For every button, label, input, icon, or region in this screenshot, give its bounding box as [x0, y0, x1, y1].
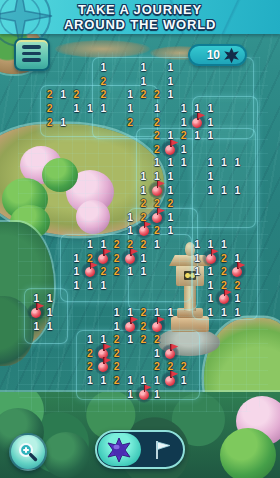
cell-number: 2 — [150, 332, 164, 346]
cell-number: 1 — [204, 101, 218, 115]
cell-number: 1 — [70, 101, 84, 115]
cell-number: 1 — [150, 237, 164, 251]
page-title-line1: TAKE A JOURNEY — [0, 2, 280, 17]
cell-number: 1 — [83, 332, 97, 346]
cell-number: 1 — [43, 305, 57, 319]
cell-number: 2 — [137, 332, 151, 346]
cell-number: 1 — [150, 101, 164, 115]
cell-number: 2 — [110, 346, 124, 360]
cell-number: 1 — [110, 305, 124, 319]
zoom-button[interactable] — [9, 433, 47, 471]
cell-number: 1 — [96, 101, 110, 115]
cell-number: 2 — [70, 87, 84, 101]
flagged-mine[interactable] — [123, 251, 137, 265]
cell-number: 1 — [163, 60, 177, 74]
cell-number: 1 — [230, 183, 244, 197]
flagged-mine[interactable] — [163, 373, 177, 387]
cell-number: 2 — [137, 196, 151, 210]
cell-number: 1 — [204, 115, 218, 129]
cell-number: 2 — [150, 223, 164, 237]
cell-number: 1 — [56, 87, 70, 101]
cell-number: 2 — [96, 87, 110, 101]
cell-number: 1 — [137, 74, 151, 88]
cell-number: 1 — [56, 115, 70, 129]
cell-number: 2 — [43, 101, 57, 115]
cell-number: 2 — [217, 251, 231, 265]
mine-counter: 10 — [188, 44, 247, 66]
cell-number: 2 — [43, 87, 57, 101]
flagged-mine[interactable] — [29, 305, 43, 319]
spiky-mine-icon — [223, 47, 240, 64]
flagged-mine[interactable] — [163, 346, 177, 360]
cell-number: 1 — [163, 155, 177, 169]
cell-number: 2 — [137, 237, 151, 251]
flagged-mine[interactable] — [137, 387, 151, 401]
mine-mode-button[interactable] — [98, 433, 141, 466]
cell-number: 1 — [230, 291, 244, 305]
cell-number: 2 — [110, 237, 124, 251]
cell-number: 1 — [150, 155, 164, 169]
cell-number: 1 — [137, 169, 151, 183]
cell-number: 1 — [150, 387, 164, 401]
cell-number: 2 — [123, 115, 137, 129]
cell-number: 2 — [110, 264, 124, 278]
flagged-mine[interactable] — [83, 264, 97, 278]
cell-number: 1 — [177, 155, 191, 169]
cell-number: 1 — [217, 155, 231, 169]
flagged-mine[interactable] — [137, 223, 151, 237]
cell-number: 1 — [163, 305, 177, 319]
cell-number: 2 — [110, 359, 124, 373]
cell-number: 1 — [83, 101, 97, 115]
pennant-flag-icon — [149, 437, 175, 463]
cell-number: 1 — [204, 155, 218, 169]
cell-number: 1 — [204, 128, 218, 142]
cell-number: 1 — [177, 373, 191, 387]
cell-number: 1 — [217, 237, 231, 251]
cell-number: 1 — [83, 373, 97, 387]
cell-number: 1 — [204, 305, 218, 319]
cell-number: 1 — [163, 87, 177, 101]
menu-button[interactable] — [14, 38, 50, 71]
purple-spiky-mine-icon — [105, 436, 133, 464]
flagged-mine[interactable] — [123, 319, 137, 333]
cell-number: 1 — [96, 278, 110, 292]
cell-number: 2 — [177, 359, 191, 373]
board-grid[interactable]: 1112112122122121111111121221121211211111… — [0, 0, 280, 478]
flag-mode-button[interactable] — [141, 433, 184, 466]
cell-number: 1 — [137, 264, 151, 278]
flagged-mine[interactable] — [150, 183, 164, 197]
cell-number: 1 — [177, 101, 191, 115]
flagged-mine[interactable] — [163, 142, 177, 156]
cell-number: 1 — [123, 332, 137, 346]
cell-number: 1 — [70, 251, 84, 265]
cell-number: 1 — [123, 210, 137, 224]
cell-number: 2 — [150, 87, 164, 101]
cell-number: 2 — [150, 115, 164, 129]
cell-number: 1 — [230, 155, 244, 169]
cell-number: 1 — [123, 101, 137, 115]
cell-number: 2 — [137, 305, 151, 319]
hamburger-menu-icon — [22, 45, 48, 62]
header-banner: TAKE A JOURNEY AROUND THE WORLD — [0, 0, 280, 34]
cell-number: 2 — [96, 264, 110, 278]
cell-number: 1 — [217, 305, 231, 319]
cell-number: 1 — [83, 278, 97, 292]
cell-number: 2 — [110, 373, 124, 387]
cell-number: 1 — [204, 169, 218, 183]
cell-number: 1 — [163, 210, 177, 224]
flagged-mine[interactable] — [96, 251, 110, 265]
marking-mode-toggle[interactable] — [95, 430, 185, 469]
cell-number: 1 — [163, 223, 177, 237]
cell-number: 1 — [190, 237, 204, 251]
cell-number: 1 — [163, 169, 177, 183]
cell-number: 1 — [204, 183, 218, 197]
cell-number: 1 — [96, 60, 110, 74]
cell-number: 1 — [43, 319, 57, 333]
page-title-line2: AROUND THE WORLD — [0, 17, 280, 32]
cell-number: 1 — [43, 291, 57, 305]
flagged-mine[interactable] — [204, 251, 218, 265]
cell-number: 1 — [29, 319, 43, 333]
cell-number: 1 — [163, 74, 177, 88]
cell-number: 2 — [163, 196, 177, 210]
cell-number: 1 — [217, 183, 231, 197]
cell-number: 1 — [190, 128, 204, 142]
flagged-mine[interactable] — [230, 264, 244, 278]
cell-number: 1 — [204, 264, 218, 278]
flagged-mine[interactable] — [190, 115, 204, 129]
cell-number: 1 — [190, 264, 204, 278]
flagged-mine[interactable] — [150, 319, 164, 333]
cell-number: 2 — [150, 128, 164, 142]
cell-number: 1 — [83, 237, 97, 251]
cell-number: 1 — [163, 183, 177, 197]
magnifier-plus-icon — [16, 440, 40, 464]
cell-number: 2 — [137, 87, 151, 101]
flagged-mine[interactable] — [150, 210, 164, 224]
cell-number: 1 — [137, 60, 151, 74]
cell-number: 1 — [123, 373, 137, 387]
flagged-mine[interactable] — [96, 359, 110, 373]
cell-number: 1 — [123, 87, 137, 101]
cell-number: 1 — [123, 264, 137, 278]
cell-number: 1 — [137, 251, 151, 265]
cell-number: 1 — [204, 278, 218, 292]
cell-number: 1 — [177, 142, 191, 156]
cell-number: 2 — [43, 115, 57, 129]
cell-number: 1 — [230, 305, 244, 319]
mine-count-value: 10 — [207, 48, 220, 62]
cell-number: 2 — [96, 74, 110, 88]
cell-number: 2 — [110, 332, 124, 346]
cell-number: 1 — [70, 278, 84, 292]
flagged-mine[interactable] — [217, 291, 231, 305]
game-screen: 1112112122122121111111121221121211211111… — [0, 0, 280, 478]
cell-number: 1 — [96, 373, 110, 387]
cell-number: 2 — [230, 278, 244, 292]
cell-number: 2 — [177, 128, 191, 142]
cell-number: 2 — [150, 359, 164, 373]
